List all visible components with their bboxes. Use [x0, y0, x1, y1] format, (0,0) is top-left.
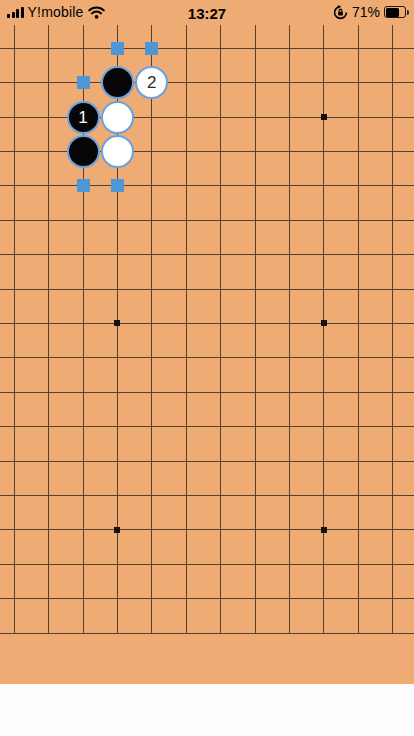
grid-line: [0, 426, 414, 427]
status-bar: Y!mobile 13:27 71%: [0, 0, 414, 26]
grid-line: [0, 357, 414, 358]
hoshi-point-K10: [321, 320, 327, 326]
grid-line: [0, 564, 414, 565]
hoshi-point-K16: [321, 114, 327, 120]
grid-line: [0, 461, 414, 462]
grid-line: [0, 495, 414, 496]
stone-black-C15[interactable]: [67, 135, 100, 168]
marker-square-D18[interactable]: [111, 42, 124, 55]
hoshi-point-D4: [114, 527, 120, 533]
go-board[interactable]: 12: [0, 0, 414, 684]
grid-line: [0, 151, 414, 152]
grid-line: [0, 185, 414, 186]
grid-line: [0, 254, 414, 255]
stone-black-D17[interactable]: [101, 66, 134, 99]
hoshi-point-D10: [114, 320, 120, 326]
stone-black-C16[interactable]: 1: [67, 101, 100, 134]
marker-square-C17[interactable]: [77, 76, 90, 89]
stone-white-E17[interactable]: 2: [135, 66, 168, 99]
grid-line: [0, 48, 414, 49]
grid-line: [0, 633, 414, 634]
battery-icon: [384, 6, 409, 18]
grid-line: [0, 82, 414, 83]
grid-line: [0, 289, 414, 290]
grid-line: [0, 323, 414, 324]
stone-white-D15[interactable]: [101, 135, 134, 168]
bottom-toolbar: [0, 684, 414, 736]
status-right: 71%: [333, 4, 409, 20]
hoshi-point-K4: [321, 527, 327, 533]
marker-square-C14[interactable]: [77, 179, 90, 192]
phone-screen: 12 Y!mobile 13:27: [0, 0, 414, 736]
stone-white-D16[interactable]: [101, 101, 134, 134]
grid-line: [0, 529, 414, 530]
grid-line: [0, 220, 414, 221]
grid-line: [0, 598, 414, 599]
rotation-lock-icon: [333, 5, 348, 20]
battery-percent-label: 71%: [352, 4, 380, 20]
grid-line: [0, 392, 414, 393]
grid-line: [0, 117, 414, 118]
marker-square-E18[interactable]: [145, 42, 158, 55]
marker-square-D14[interactable]: [111, 179, 124, 192]
